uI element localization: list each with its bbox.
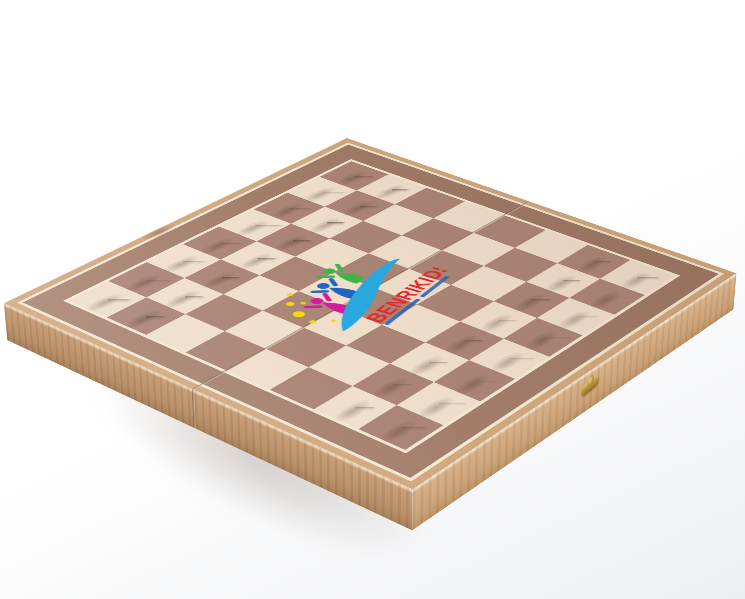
chess-board-box: BENRIKIDS ♜♞♝♛♚♝♞♜♟♟♟♟♟♟♟♟♟♟♟♟♟♟♟♟♜♞♝♛♚♝… xyxy=(4,138,737,490)
pieces-layer: ♜♞♝♛♚♝♞♜♟♟♟♟♟♟♟♟♟♟♟♟♟♟♟♟♜♞♝♛♚♝♞♜ xyxy=(4,138,737,490)
fold-seam-side xyxy=(192,389,196,429)
product-photo: BENRIKIDS ♜♞♝♛♚♝♞♜♟♟♟♟♟♟♟♟♟♟♟♟♟♟♟♟♜♞♝♛♚♝… xyxy=(0,0,745,599)
